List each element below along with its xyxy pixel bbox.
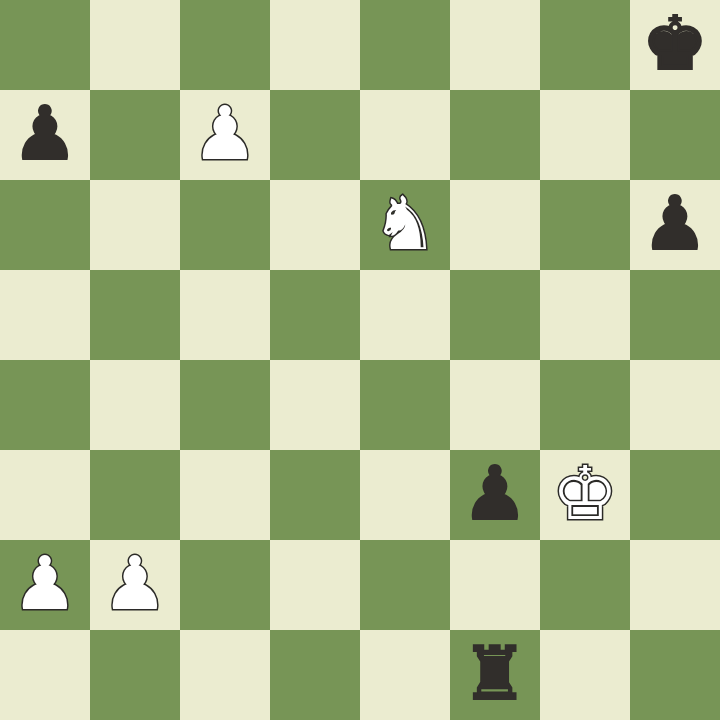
square-a3[interactable] <box>0 450 90 540</box>
square-a2[interactable]: ♟ <box>0 540 90 630</box>
black-king[interactable]: ♚ <box>642 0 708 88</box>
square-g1[interactable] <box>540 630 630 720</box>
square-h5[interactable] <box>630 270 720 360</box>
square-g5[interactable] <box>540 270 630 360</box>
square-e4[interactable] <box>360 360 450 450</box>
black-rook[interactable]: ♜ <box>462 628 528 718</box>
square-b6[interactable] <box>90 180 180 270</box>
square-a7[interactable]: ♟ <box>0 90 90 180</box>
square-f7[interactable] <box>450 90 540 180</box>
square-c6[interactable] <box>180 180 270 270</box>
square-g8[interactable] <box>540 0 630 90</box>
square-c2[interactable] <box>180 540 270 630</box>
square-d3[interactable] <box>270 450 360 540</box>
square-h1[interactable] <box>630 630 720 720</box>
square-e5[interactable] <box>360 270 450 360</box>
square-a5[interactable] <box>0 270 90 360</box>
square-d4[interactable] <box>270 360 360 450</box>
square-a6[interactable] <box>0 180 90 270</box>
square-c3[interactable] <box>180 450 270 540</box>
square-b4[interactable] <box>90 360 180 450</box>
square-e1[interactable] <box>360 630 450 720</box>
square-h3[interactable] <box>630 450 720 540</box>
square-c4[interactable] <box>180 360 270 450</box>
square-b1[interactable] <box>90 630 180 720</box>
square-c7[interactable]: ♟ <box>180 90 270 180</box>
square-f6[interactable] <box>450 180 540 270</box>
white-pawn[interactable]: ♟ <box>12 538 78 628</box>
square-d6[interactable] <box>270 180 360 270</box>
black-pawn[interactable]: ♟ <box>642 178 708 268</box>
square-e2[interactable] <box>360 540 450 630</box>
square-f4[interactable] <box>450 360 540 450</box>
square-h8[interactable]: ♚ <box>630 0 720 90</box>
square-d5[interactable] <box>270 270 360 360</box>
square-d1[interactable] <box>270 630 360 720</box>
square-c8[interactable] <box>180 0 270 90</box>
square-a4[interactable] <box>0 360 90 450</box>
square-e8[interactable] <box>360 0 450 90</box>
square-e7[interactable] <box>360 90 450 180</box>
square-h4[interactable] <box>630 360 720 450</box>
square-d7[interactable] <box>270 90 360 180</box>
square-b2[interactable]: ♟ <box>90 540 180 630</box>
square-e6[interactable]: ♞ <box>360 180 450 270</box>
white-knight[interactable]: ♞ <box>372 178 438 268</box>
square-d8[interactable] <box>270 0 360 90</box>
square-a8[interactable] <box>0 0 90 90</box>
square-f8[interactable] <box>450 0 540 90</box>
white-pawn[interactable]: ♟ <box>102 538 168 628</box>
square-e3[interactable] <box>360 450 450 540</box>
square-g6[interactable] <box>540 180 630 270</box>
square-h2[interactable] <box>630 540 720 630</box>
chess-board[interactable]: ♚♟♟♞♟♟♚♟♟♜ <box>0 0 720 720</box>
black-pawn[interactable]: ♟ <box>12 88 78 178</box>
square-f5[interactable] <box>450 270 540 360</box>
black-pawn[interactable]: ♟ <box>462 448 528 538</box>
square-g7[interactable] <box>540 90 630 180</box>
square-f3[interactable]: ♟ <box>450 450 540 540</box>
square-f2[interactable] <box>450 540 540 630</box>
square-d2[interactable] <box>270 540 360 630</box>
square-h7[interactable] <box>630 90 720 180</box>
square-g2[interactable] <box>540 540 630 630</box>
square-b7[interactable] <box>90 90 180 180</box>
white-pawn[interactable]: ♟ <box>192 88 258 178</box>
square-b3[interactable] <box>90 450 180 540</box>
square-a1[interactable] <box>0 630 90 720</box>
white-king[interactable]: ♚ <box>552 448 618 538</box>
square-c1[interactable] <box>180 630 270 720</box>
square-g4[interactable] <box>540 360 630 450</box>
square-f1[interactable]: ♜ <box>450 630 540 720</box>
square-g3[interactable]: ♚ <box>540 450 630 540</box>
square-c5[interactable] <box>180 270 270 360</box>
square-b5[interactable] <box>90 270 180 360</box>
square-h6[interactable]: ♟ <box>630 180 720 270</box>
square-b8[interactable] <box>90 0 180 90</box>
